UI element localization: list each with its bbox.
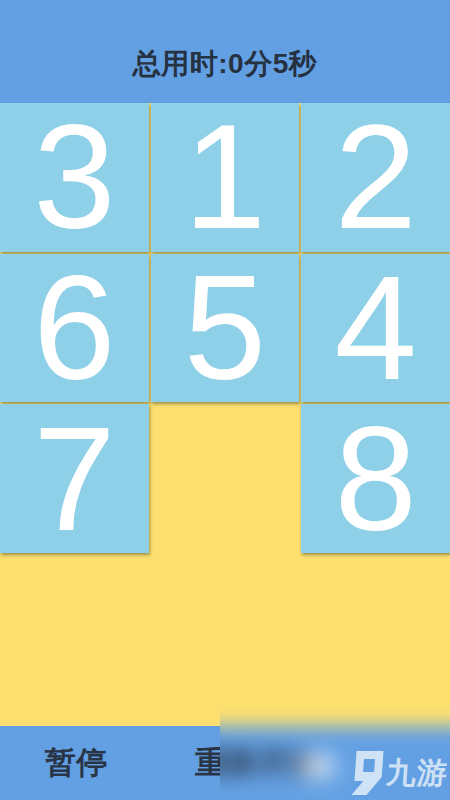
game-screen: 总用时:0分5秒 3 1 2 6 5 4 7 8 暂停 重新开始 重新开始 九游 [0,0,450,800]
tile-1[interactable]: 1 [151,103,300,252]
timer-text: 总用时:0分5秒 [0,45,450,83]
puzzle-board: 3 1 2 6 5 4 7 8 [0,103,450,553]
header-bar: 总用时:0分5秒 [0,0,450,103]
tile-8[interactable]: 8 [301,404,450,553]
tile-7[interactable]: 7 [0,404,149,553]
pause-button[interactable]: 暂停 [45,726,107,800]
restart-button[interactable]: 重新开始 [195,726,319,800]
tile-3[interactable]: 3 [0,103,149,252]
tile-5[interactable]: 5 [151,254,300,403]
tile-4[interactable]: 4 [301,254,450,403]
tile-2[interactable]: 2 [301,103,450,252]
bottom-toolbar: 暂停 重新开始 [0,726,450,800]
tile-6[interactable]: 6 [0,254,149,403]
empty-cell [151,404,300,553]
